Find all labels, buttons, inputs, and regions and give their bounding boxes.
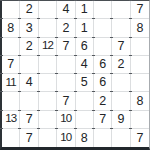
cell-r5c3[interactable]: [39, 74, 57, 92]
cell-r4c8[interactable]: [131, 56, 149, 74]
clue-number: 7: [62, 40, 69, 53]
clue-number: 2: [26, 40, 33, 53]
cell-r1c2: 2: [20, 1, 38, 19]
clue-number: 2: [26, 3, 33, 16]
cell-r7c1: 13: [2, 111, 20, 129]
cell-r6c3[interactable]: [39, 92, 57, 110]
cell-r2c1: 8: [2, 19, 20, 37]
clue-number: 8: [136, 22, 143, 35]
cell-r4c6: 6: [94, 56, 112, 74]
clue-number: 13: [5, 113, 16, 125]
cell-r6c5[interactable]: [76, 92, 94, 110]
cell-r3c3: 12: [39, 38, 57, 56]
cell-r6c1[interactable]: [2, 92, 20, 110]
cell-r7c6: 7: [94, 111, 112, 129]
cell-r5c1: 11: [2, 74, 20, 92]
cell-r4c5: 4: [76, 56, 94, 74]
cell-r5c5: 5: [76, 74, 94, 92]
clue-number: 7: [26, 113, 33, 126]
cell-r2c7[interactable]: [112, 19, 130, 37]
clue-number: 7: [99, 113, 106, 126]
cell-r5c6: 6: [94, 74, 112, 92]
cell-r1c6[interactable]: [94, 1, 112, 19]
clue-number: 6: [81, 40, 88, 53]
cell-r3c7: 7: [112, 38, 130, 56]
cell-r8c1[interactable]: [2, 129, 20, 147]
cell-r5c2: 4: [20, 74, 38, 92]
cell-r8c8: 7: [131, 129, 149, 147]
clue-number: 7: [26, 132, 33, 145]
cell-r4c7: 2: [112, 56, 130, 74]
clue-number: 6: [99, 76, 106, 89]
cell-r1c8: 7: [131, 1, 149, 19]
clue-number: 7: [136, 3, 143, 16]
cell-r3c6[interactable]: [94, 38, 112, 56]
clue-number: 6: [99, 58, 106, 71]
cell-r3c8[interactable]: [131, 38, 149, 56]
cell-r6c6: 2: [94, 92, 112, 110]
cell-r2c4: 2: [57, 19, 75, 37]
cell-r6c4: 7: [57, 92, 75, 110]
cell-r1c7[interactable]: [112, 1, 130, 19]
cell-r8c2: 7: [20, 129, 38, 147]
clue-number: 4: [81, 58, 88, 71]
clue-number: 7: [118, 40, 125, 53]
cell-r6c7[interactable]: [112, 92, 130, 110]
clue-number: 10: [60, 132, 71, 144]
cell-r8c4: 10: [57, 129, 75, 147]
cell-r2c3[interactable]: [39, 19, 57, 37]
clue-number: 2: [62, 22, 69, 35]
clue-number: 4: [26, 76, 33, 89]
cell-r2c6[interactable]: [94, 19, 112, 37]
cell-r3c5: 6: [76, 38, 94, 56]
cell-r7c5[interactable]: [76, 111, 94, 129]
cell-r2c5: 1: [76, 19, 94, 37]
clue-number: 5: [81, 76, 88, 89]
cell-r4c1: 7: [2, 56, 20, 74]
clue-number: 7: [7, 58, 14, 71]
clue-number: 12: [42, 40, 53, 52]
cell-r1c3[interactable]: [39, 1, 57, 19]
cell-r8c5: 8: [76, 129, 94, 147]
cell-r7c2: 7: [20, 111, 38, 129]
clue-number: 3: [26, 22, 33, 35]
clue-number: 2: [118, 58, 125, 71]
cell-r1c1[interactable]: [2, 1, 20, 19]
cell-r7c3[interactable]: [39, 111, 57, 129]
cell-r8c6[interactable]: [94, 129, 112, 147]
clue-number: 8: [136, 95, 143, 108]
cell-r3c4: 7: [57, 38, 75, 56]
cell-r2c2: 3: [20, 19, 38, 37]
clue-number: 2: [99, 95, 106, 108]
cell-r7c4: 10: [57, 111, 75, 129]
cell-r5c7[interactable]: [112, 74, 130, 92]
cell-r3c2: 2: [20, 38, 38, 56]
clue-number: 9: [118, 113, 125, 126]
kuromasu-board: 241783218212767746211456728137107971087: [0, 0, 150, 150]
clue-number: 4: [62, 3, 69, 16]
clue-number: 7: [62, 95, 69, 108]
clue-number: 10: [60, 113, 71, 125]
clue-number: 8: [81, 132, 88, 145]
cell-r3c1[interactable]: [2, 38, 20, 56]
cell-r5c8[interactable]: [131, 74, 149, 92]
cell-r6c8: 8: [131, 92, 149, 110]
cell-r8c3[interactable]: [39, 129, 57, 147]
clue-number: 1: [81, 3, 88, 16]
cell-r5c4[interactable]: [57, 74, 75, 92]
cell-r7c8[interactable]: [131, 111, 149, 129]
clue-number: 11: [6, 77, 16, 89]
cell-r7c7: 9: [112, 111, 130, 129]
cell-r1c4: 4: [57, 1, 75, 19]
clue-number: 1: [81, 22, 88, 35]
cell-r4c2[interactable]: [20, 56, 38, 74]
cell-r2c8: 8: [131, 19, 149, 37]
clue-number: 7: [136, 132, 143, 145]
clue-number: 8: [7, 22, 14, 35]
cell-r4c3[interactable]: [39, 56, 57, 74]
cell-r8c7[interactable]: [112, 129, 130, 147]
cell-r4c4[interactable]: [57, 56, 75, 74]
cell-r6c2[interactable]: [20, 92, 38, 110]
cell-r1c5: 1: [76, 1, 94, 19]
